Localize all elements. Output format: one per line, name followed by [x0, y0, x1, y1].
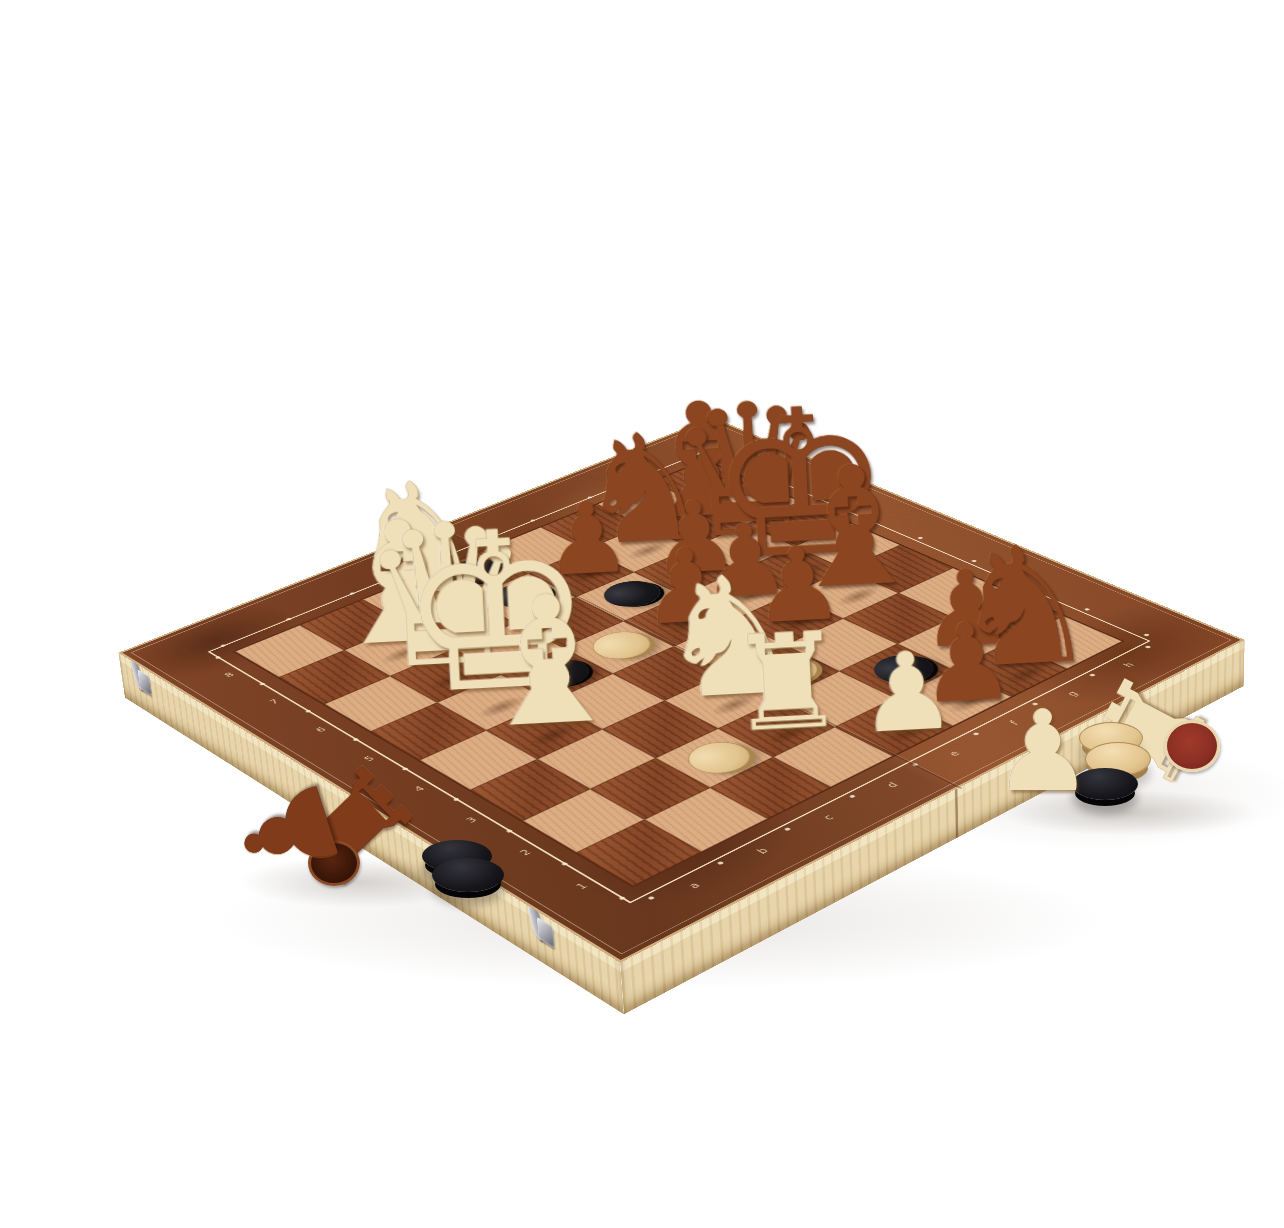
- fallen-dark-pawn: ♟: [288, 832, 394, 950]
- case-fold-seam: [955, 788, 958, 838]
- rook-glyph: ♜: [725, 614, 849, 751]
- product-photo: abcdefgh87654321 ♞♝♛♚♝♞♜♟♟♞♝♟♛♟♟♚♟♝♟♟♞: [0, 0, 1284, 1228]
- pawn-glyph: ♟: [856, 636, 958, 749]
- checker-light-disc-c2: [675, 736, 762, 780]
- rook-felt-base: [1164, 720, 1220, 772]
- black-checker-disc: [432, 858, 504, 892]
- bishop-glyph: ♝: [465, 569, 632, 754]
- scene: abcdefgh87654321 ♞♝♛♚♝♞♜♟♟♞♝♟♛♟♟♚♟♝♟♟♞: [0, 0, 1284, 1228]
- spare-light-pawn: ♟: [1043, 760, 1143, 872]
- latch-plate: [137, 669, 151, 695]
- latch-plate: [537, 917, 555, 948]
